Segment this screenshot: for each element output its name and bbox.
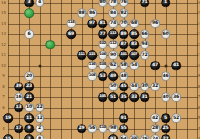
go-board[interactable]: 1616151514141313121211111010998877665544… <box>0 0 200 139</box>
move-number: 33 <box>131 95 137 100</box>
move-number: 52 <box>173 116 179 121</box>
row-coordinate-right: 10 <box>196 64 200 68</box>
white-stone-102[interactable]: 102 <box>98 40 108 50</box>
move-number: 6 <box>28 32 31 37</box>
move-number: 11 <box>26 116 32 121</box>
black-stone-25[interactable]: 25 <box>161 124 171 134</box>
move-number: 108 <box>89 74 96 78</box>
row-coordinate-left: 8 <box>2 85 5 89</box>
move-number: 105 <box>99 95 106 99</box>
move-number: 100 <box>131 137 138 139</box>
move-number: 41 <box>173 63 179 68</box>
white-stone-40[interactable]: 40 <box>161 92 171 102</box>
move-number: 90 <box>110 53 116 58</box>
move-number: 78 <box>110 0 116 5</box>
white-stone-20[interactable]: 20 <box>24 71 34 81</box>
black-stone-13[interactable]: 13 <box>14 103 24 113</box>
row-coordinate-right: 9 <box>198 74 200 78</box>
white-stone-110[interactable]: 110 <box>98 124 108 134</box>
white-stone-100[interactable]: 100 <box>129 134 139 139</box>
black-stone-87[interactable]: 87 <box>119 40 129 50</box>
move-number: 93 <box>110 137 116 139</box>
move-number: 23 <box>26 84 32 89</box>
black-stone-51[interactable]: 51 <box>108 92 118 102</box>
black-stone-29[interactable]: 29 <box>77 124 87 134</box>
move-number: 113 <box>110 32 117 36</box>
move-number: 7 <box>28 137 31 139</box>
move-number: 86 <box>89 11 95 16</box>
move-number: 21 <box>26 95 32 100</box>
move-number: 53 <box>100 74 106 79</box>
row-coordinate-right: 4 <box>198 127 200 131</box>
white-stone-74[interactable]: 74 <box>108 19 118 29</box>
move-number: 30 <box>142 84 148 89</box>
white-stone-112[interactable]: 112 <box>108 40 118 50</box>
grid-line-horizontal <box>8 13 198 14</box>
move-number: 27 <box>163 137 169 139</box>
move-number: 40 <box>163 95 169 100</box>
white-stone-64[interactable]: 64 <box>119 134 129 139</box>
black-stone-19[interactable]: 19 <box>3 113 13 123</box>
move-number: 17 <box>16 126 22 131</box>
black-stone-81[interactable]: 81 <box>98 19 108 29</box>
move-number: 82 <box>121 11 127 16</box>
black-stone-49[interactable]: 49 <box>108 71 118 81</box>
white-stone-90[interactable]: 90 <box>108 50 118 60</box>
grid-line-horizontal <box>8 87 198 88</box>
white-stone-58[interactable]: 58 <box>119 61 129 71</box>
row-coordinate-left: 10 <box>1 64 6 68</box>
white-stone-32[interactable]: 32 <box>150 82 160 92</box>
move-number: 29 <box>79 126 85 131</box>
move-number: 2 <box>38 126 41 131</box>
white-stone-16[interactable]: 16 <box>14 92 24 102</box>
move-number: 115 <box>89 53 96 57</box>
move-number: 81 <box>100 21 106 26</box>
move-number: 58 <box>121 63 127 68</box>
white-stone-68[interactable]: 68 <box>129 19 139 29</box>
white-stone-2[interactable]: 2 <box>35 124 45 134</box>
row-coordinate-left: 13 <box>1 32 6 36</box>
black-stone-7[interactable]: 7 <box>24 134 34 139</box>
white-stone-50[interactable]: 50 <box>108 82 118 92</box>
move-number: 24 <box>152 137 158 139</box>
move-number: 8 <box>38 137 41 139</box>
move-number: 84 <box>110 11 116 16</box>
black-stone-93[interactable]: 93 <box>108 134 118 139</box>
move-number: 20 <box>26 74 32 79</box>
move-number: 88 <box>79 11 85 16</box>
row-coordinate-left: 16 <box>1 1 6 5</box>
white-stone-52[interactable]: 52 <box>171 113 181 123</box>
white-stone-48[interactable]: 48 <box>119 71 129 81</box>
move-number: 98 <box>110 126 116 131</box>
black-stone-27[interactable]: 27 <box>161 134 171 139</box>
move-number: 76 <box>121 0 127 5</box>
black-stone-21[interactable]: 21 <box>24 92 34 102</box>
move-number: 110 <box>99 127 106 131</box>
black-stone-1[interactable]: 1 <box>161 0 171 7</box>
black-stone-71[interactable]: 71 <box>140 0 150 7</box>
white-stone-42[interactable]: 42 <box>150 113 160 123</box>
white-stone-116[interactable]: 116 <box>87 61 97 71</box>
white-stone-96[interactable]: 96 <box>150 19 160 29</box>
black-stone-85[interactable]: 85 <box>129 29 139 39</box>
white-stone-86[interactable]: 86 <box>87 8 97 18</box>
black-stone-9[interactable]: 9 <box>24 124 34 134</box>
move-number: 74 <box>110 21 116 26</box>
move-number: 48 <box>121 74 127 79</box>
row-coordinate-left: 6 <box>2 106 5 110</box>
move-number: 26 <box>142 137 148 139</box>
row-coordinate-left: 4 <box>2 127 5 131</box>
white-stone-70[interactable]: 70 <box>119 19 129 29</box>
black-stone-35[interactable]: 35 <box>119 92 129 102</box>
move-number: 28 <box>152 126 158 131</box>
row-coordinate-right: 14 <box>196 22 200 26</box>
move-number: 72 <box>142 53 148 58</box>
white-stone-26[interactable]: 26 <box>140 134 150 139</box>
black-stone-45[interactable]: 45 <box>119 82 129 92</box>
hoshi-point <box>164 64 167 67</box>
move-number: 116 <box>89 64 96 68</box>
black-stone-3[interactable]: 3 <box>24 0 34 7</box>
white-stone-76[interactable]: 76 <box>119 0 129 7</box>
white-stone-88[interactable]: 88 <box>77 8 87 18</box>
move-number: 42 <box>152 116 158 121</box>
move-number: 80 <box>100 0 106 5</box>
move-number: 25 <box>163 126 169 131</box>
white-stone-80[interactable]: 80 <box>98 0 108 7</box>
white-stone-72[interactable]: 72 <box>140 50 150 60</box>
green-marker-stone[interactable] <box>24 8 34 18</box>
white-stone-10[interactable]: 10 <box>24 103 34 113</box>
move-number: 64 <box>121 137 127 139</box>
black-stone-17[interactable]: 17 <box>14 124 24 134</box>
move-number: 111 <box>78 53 85 57</box>
white-stone-78[interactable]: 78 <box>108 0 118 7</box>
move-number: 47 <box>152 63 158 68</box>
move-number: 39 <box>16 84 22 89</box>
white-stone-84[interactable]: 84 <box>108 8 118 18</box>
move-number: 77 <box>100 32 106 37</box>
move-number: 3 <box>28 0 31 5</box>
move-number: 50 <box>110 84 116 89</box>
move-number: 66 <box>142 32 148 37</box>
move-number: 13 <box>16 105 22 110</box>
row-coordinate-right: 5 <box>198 116 200 120</box>
black-stone-111[interactable]: 111 <box>77 50 87 60</box>
white-stone-106[interactable]: 106 <box>98 50 108 60</box>
black-stone-107[interactable]: 107 <box>129 50 139 60</box>
move-number: 106 <box>99 53 106 57</box>
move-number: 15 <box>5 137 11 139</box>
move-number: 44 <box>131 84 137 89</box>
white-stone-8[interactable]: 8 <box>35 134 45 139</box>
white-stone-104[interactable]: 104 <box>98 61 108 71</box>
move-number: 97 <box>89 21 95 26</box>
white-stone-22[interactable]: 22 <box>35 103 45 113</box>
row-coordinate-right: 7 <box>198 95 200 99</box>
black-stone-31[interactable]: 31 <box>140 92 150 102</box>
black-stone-105[interactable]: 105 <box>98 92 108 102</box>
white-stone-98[interactable]: 98 <box>108 124 118 134</box>
move-number: 46 <box>163 74 169 79</box>
move-number: 102 <box>99 43 106 47</box>
white-stone-114[interactable]: 114 <box>66 19 76 29</box>
move-number: 104 <box>99 64 106 68</box>
black-stone-47[interactable]: 47 <box>150 61 160 71</box>
white-stone-12[interactable]: 12 <box>35 113 45 123</box>
white-stone-6[interactable]: 6 <box>24 29 34 39</box>
move-number: 107 <box>131 53 138 57</box>
move-number: 10 <box>26 105 32 110</box>
black-stone-89[interactable]: 89 <box>119 29 129 39</box>
move-number: 96 <box>152 21 158 26</box>
white-stone-24[interactable]: 24 <box>150 134 160 139</box>
black-stone-91[interactable]: 91 <box>119 113 129 123</box>
move-number: 4 <box>38 0 41 5</box>
move-number: 83 <box>131 42 137 47</box>
black-stone-23[interactable]: 23 <box>24 82 34 92</box>
row-coordinate-right: 11 <box>196 53 200 57</box>
move-number: 16 <box>16 95 22 100</box>
move-number: 9 <box>28 126 31 131</box>
move-number: 87 <box>121 42 127 47</box>
row-coordinate-right: 8 <box>198 85 200 89</box>
white-stone-60[interactable]: 60 <box>161 29 171 39</box>
move-number: 60 <box>163 32 169 37</box>
row-coordinate-right: 3 <box>198 137 200 139</box>
move-number: 69 <box>68 32 74 37</box>
row-coordinate-left: 9 <box>2 74 5 78</box>
move-number: 32 <box>152 84 158 89</box>
white-stone-82[interactable]: 82 <box>119 8 129 18</box>
white-stone-28[interactable]: 28 <box>150 124 160 134</box>
move-number: 70 <box>121 21 127 26</box>
row-coordinate-right: 12 <box>196 43 200 47</box>
white-stone-108[interactable]: 108 <box>87 71 97 81</box>
move-number: 112 <box>110 43 117 47</box>
white-stone-66[interactable]: 66 <box>140 29 150 39</box>
black-stone-113[interactable]: 113 <box>108 29 118 39</box>
black-stone-115[interactable]: 115 <box>87 50 97 60</box>
black-stone-55[interactable]: 55 <box>119 124 129 134</box>
black-stone-33[interactable]: 33 <box>129 92 139 102</box>
row-coordinate-left: 7 <box>2 95 5 99</box>
white-stone-46[interactable]: 46 <box>161 71 171 81</box>
move-number: 91 <box>121 116 127 121</box>
move-number: 35 <box>121 95 127 100</box>
row-coordinate-left: 11 <box>1 53 6 57</box>
black-stone-53[interactable]: 53 <box>98 71 108 81</box>
black-stone-15[interactable]: 15 <box>3 134 13 139</box>
move-number: 12 <box>37 116 43 121</box>
row-coordinate-right: 6 <box>198 106 200 110</box>
white-stone-36[interactable]: 36 <box>171 92 181 102</box>
hoshi-point <box>38 64 41 67</box>
white-stone-30[interactable]: 30 <box>140 82 150 92</box>
move-number: 101 <box>120 53 127 57</box>
green-marker-stone[interactable] <box>45 40 55 50</box>
black-stone-5[interactable]: 5 <box>161 113 171 123</box>
move-number: 36 <box>173 95 179 100</box>
move-number: 85 <box>131 32 137 37</box>
move-number: 71 <box>142 0 148 5</box>
row-coordinate-left: 15 <box>1 11 6 15</box>
move-number: 54 <box>131 63 137 68</box>
black-stone-77[interactable]: 77 <box>98 29 108 39</box>
white-stone-56[interactable]: 56 <box>87 124 97 134</box>
black-stone-101[interactable]: 101 <box>119 50 129 60</box>
move-number: 49 <box>110 74 116 79</box>
row-coordinate-right: 15 <box>196 11 200 15</box>
move-number: 1 <box>164 0 167 5</box>
white-stone-62[interactable]: 62 <box>108 61 118 71</box>
white-stone-94[interactable]: 94 <box>140 40 150 50</box>
move-number: 68 <box>131 21 137 26</box>
move-number: 22 <box>37 105 43 110</box>
move-number: 45 <box>121 84 127 89</box>
move-number: 89 <box>121 32 127 37</box>
row-coordinate-right: 13 <box>196 32 200 36</box>
move-number: 19 <box>5 116 11 121</box>
black-stone-11[interactable]: 11 <box>24 113 34 123</box>
white-stone-54[interactable]: 54 <box>129 61 139 71</box>
move-number: 31 <box>142 95 148 100</box>
black-stone-41[interactable]: 41 <box>171 61 181 71</box>
move-number: 56 <box>89 126 95 131</box>
row-coordinate-left: 12 <box>1 43 6 47</box>
white-stone-4[interactable]: 4 <box>35 0 45 7</box>
move-number: 55 <box>121 126 127 131</box>
move-number: 51 <box>110 95 116 100</box>
black-stone-97[interactable]: 97 <box>87 19 97 29</box>
row-coordinate-right: 16 <box>196 1 200 5</box>
white-stone-44[interactable]: 44 <box>129 82 139 92</box>
black-stone-39[interactable]: 39 <box>14 82 24 92</box>
move-number: 62 <box>110 63 116 68</box>
black-stone-69[interactable]: 69 <box>66 29 76 39</box>
move-number: 114 <box>68 22 75 26</box>
black-stone-83[interactable]: 83 <box>129 40 139 50</box>
move-number: 5 <box>164 116 167 121</box>
row-coordinate-left: 14 <box>1 22 6 26</box>
move-number: 94 <box>142 42 148 47</box>
